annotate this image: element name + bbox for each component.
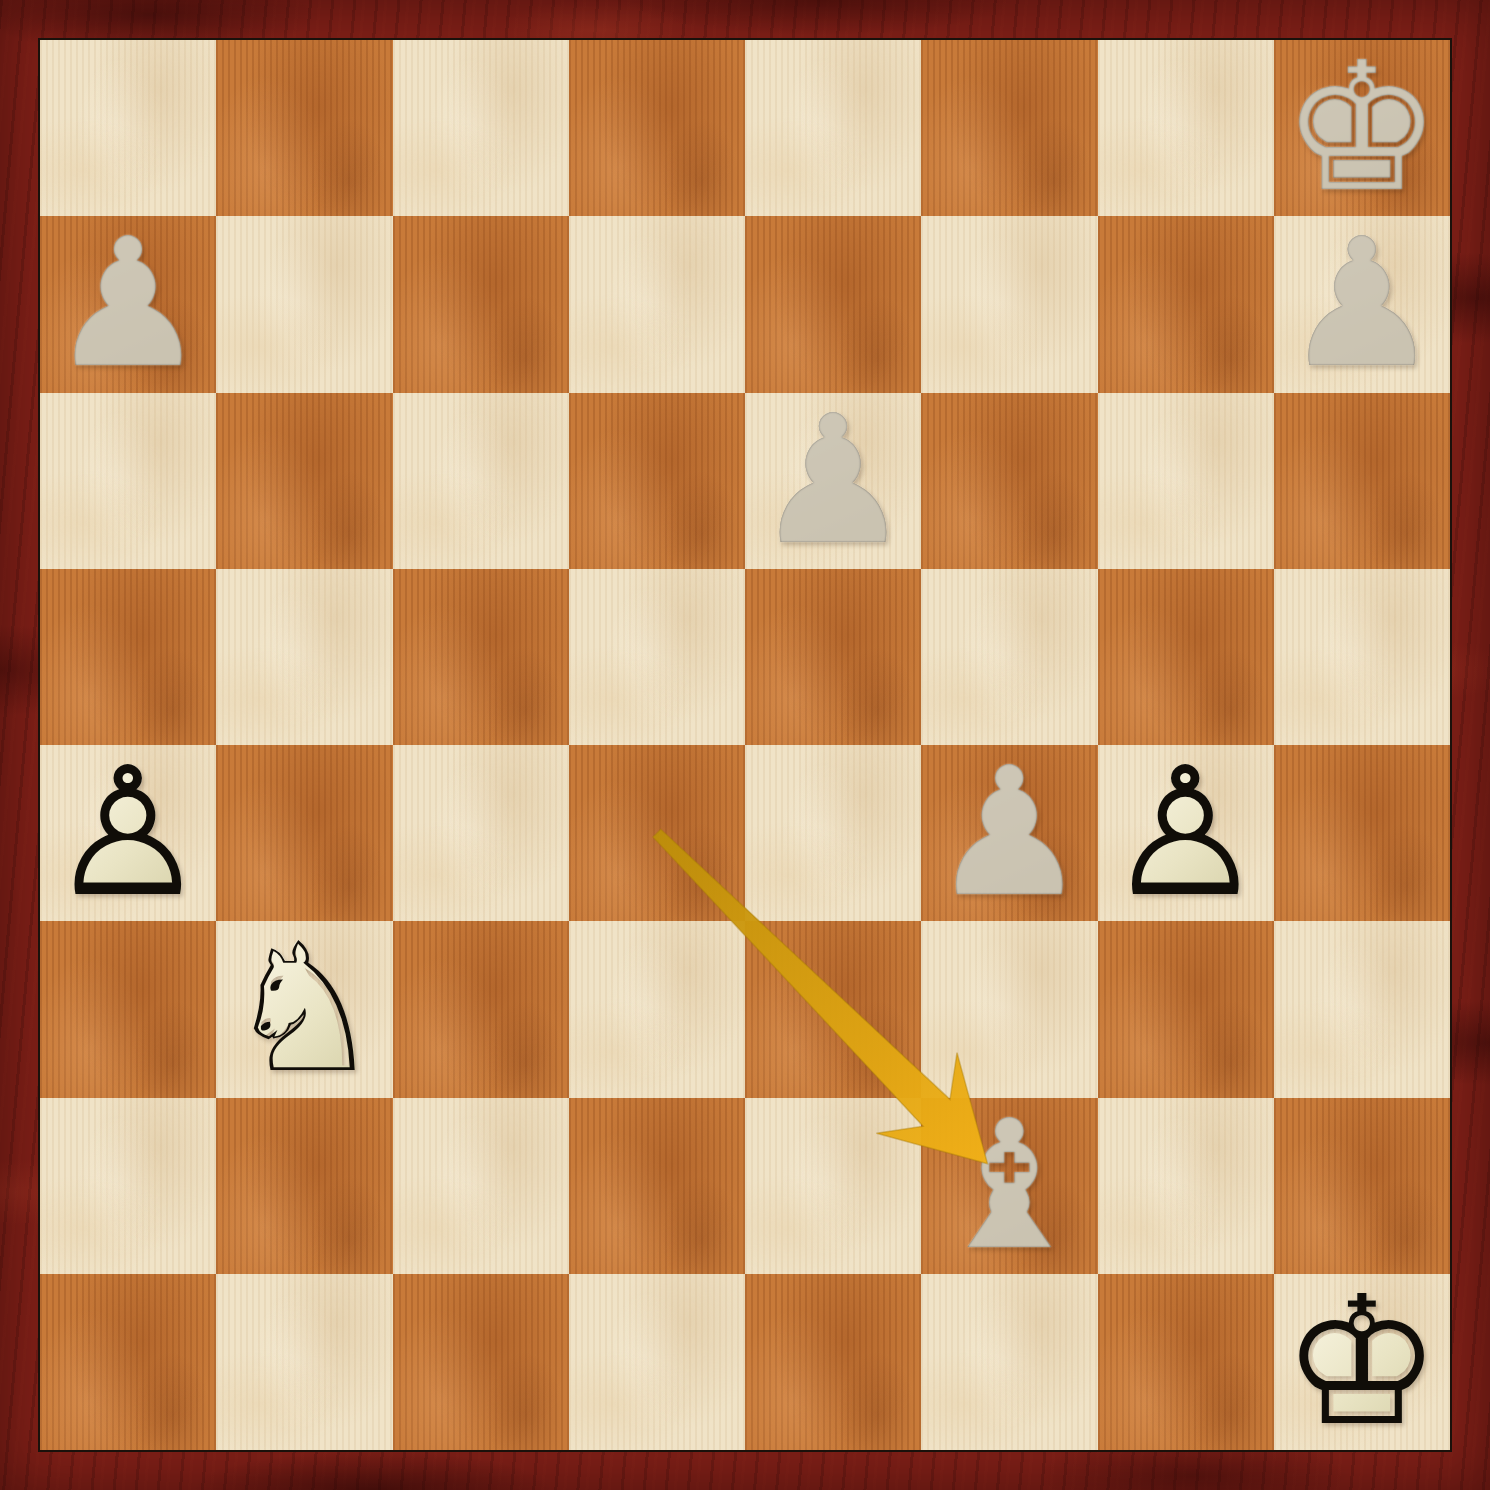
square-g5[interactable] bbox=[1098, 569, 1274, 745]
chess-board: ♚♟♟♟♟♙♟♟♙♞♘♝♚♔ bbox=[40, 40, 1450, 1450]
square-b6[interactable] bbox=[216, 393, 392, 569]
square-b1[interactable] bbox=[216, 1274, 392, 1450]
square-g8[interactable] bbox=[1098, 40, 1274, 216]
black-pawn-h7[interactable]: ♟ bbox=[1274, 216, 1450, 392]
square-h4[interactable] bbox=[1274, 745, 1450, 921]
square-b7[interactable] bbox=[216, 216, 392, 392]
square-h2[interactable] bbox=[1274, 1098, 1450, 1274]
white-pawn-g4[interactable]: ♟♙ bbox=[1098, 745, 1274, 921]
square-f6[interactable] bbox=[921, 393, 1097, 569]
black-pawn-icon: ♟ bbox=[40, 216, 216, 392]
square-d5[interactable] bbox=[569, 569, 745, 745]
board-frame: ♚♟♟♟♟♙♟♟♙♞♘♝♚♔ bbox=[0, 0, 1490, 1490]
square-f8[interactable] bbox=[921, 40, 1097, 216]
square-h3[interactable] bbox=[1274, 921, 1450, 1097]
square-c1[interactable] bbox=[393, 1274, 569, 1450]
square-f4[interactable]: ♟ bbox=[921, 745, 1097, 921]
white-knight-b3[interactable]: ♞♘ bbox=[216, 921, 392, 1097]
square-c5[interactable] bbox=[393, 569, 569, 745]
square-e6[interactable]: ♟ bbox=[745, 393, 921, 569]
square-a6[interactable] bbox=[40, 393, 216, 569]
black-bishop-icon: ♝ bbox=[921, 1098, 1097, 1274]
square-b4[interactable] bbox=[216, 745, 392, 921]
black-pawn-icon: ♟ bbox=[1274, 216, 1450, 392]
square-e7[interactable] bbox=[745, 216, 921, 392]
square-e8[interactable] bbox=[745, 40, 921, 216]
square-h1[interactable]: ♚♔ bbox=[1274, 1274, 1450, 1450]
white-pawn-a4[interactable]: ♟♙ bbox=[40, 745, 216, 921]
square-a5[interactable] bbox=[40, 569, 216, 745]
black-pawn-e6[interactable]: ♟ bbox=[745, 393, 921, 569]
square-e5[interactable] bbox=[745, 569, 921, 745]
square-a7[interactable]: ♟ bbox=[40, 216, 216, 392]
square-b2[interactable] bbox=[216, 1098, 392, 1274]
square-g7[interactable] bbox=[1098, 216, 1274, 392]
square-e3[interactable] bbox=[745, 921, 921, 1097]
square-b5[interactable] bbox=[216, 569, 392, 745]
square-f1[interactable] bbox=[921, 1274, 1097, 1450]
square-c4[interactable] bbox=[393, 745, 569, 921]
square-e4[interactable] bbox=[745, 745, 921, 921]
square-b8[interactable] bbox=[216, 40, 392, 216]
square-a3[interactable] bbox=[40, 921, 216, 1097]
white-knight-outline-icon: ♘ bbox=[216, 921, 392, 1097]
square-f3[interactable] bbox=[921, 921, 1097, 1097]
square-b3[interactable]: ♞♘ bbox=[216, 921, 392, 1097]
square-h6[interactable] bbox=[1274, 393, 1450, 569]
square-a2[interactable] bbox=[40, 1098, 216, 1274]
square-c6[interactable] bbox=[393, 393, 569, 569]
square-d6[interactable] bbox=[569, 393, 745, 569]
square-f2[interactable]: ♝ bbox=[921, 1098, 1097, 1274]
square-e2[interactable] bbox=[745, 1098, 921, 1274]
square-c7[interactable] bbox=[393, 216, 569, 392]
black-king-h8[interactable]: ♚ bbox=[1274, 40, 1450, 216]
white-pawn-outline-icon: ♙ bbox=[1098, 745, 1274, 921]
black-pawn-icon: ♟ bbox=[921, 745, 1097, 921]
square-h7[interactable]: ♟ bbox=[1274, 216, 1450, 392]
square-a1[interactable] bbox=[40, 1274, 216, 1450]
square-d8[interactable] bbox=[569, 40, 745, 216]
square-d2[interactable] bbox=[569, 1098, 745, 1274]
white-king-outline-icon: ♔ bbox=[1274, 1274, 1450, 1450]
square-e1[interactable] bbox=[745, 1274, 921, 1450]
square-a8[interactable] bbox=[40, 40, 216, 216]
square-d7[interactable] bbox=[569, 216, 745, 392]
square-g1[interactable] bbox=[1098, 1274, 1274, 1450]
square-g2[interactable] bbox=[1098, 1098, 1274, 1274]
white-pawn-outline-icon: ♙ bbox=[40, 745, 216, 921]
square-c3[interactable] bbox=[393, 921, 569, 1097]
square-h5[interactable] bbox=[1274, 569, 1450, 745]
black-pawn-a7[interactable]: ♟ bbox=[40, 216, 216, 392]
square-g3[interactable] bbox=[1098, 921, 1274, 1097]
square-f5[interactable] bbox=[921, 569, 1097, 745]
square-d3[interactable] bbox=[569, 921, 745, 1097]
black-pawn-icon: ♟ bbox=[745, 393, 921, 569]
white-king-h1[interactable]: ♚♔ bbox=[1274, 1274, 1450, 1450]
square-c8[interactable] bbox=[393, 40, 569, 216]
square-f7[interactable] bbox=[921, 216, 1097, 392]
square-h8[interactable]: ♚ bbox=[1274, 40, 1450, 216]
black-king-icon: ♚ bbox=[1274, 40, 1450, 216]
square-g6[interactable] bbox=[1098, 393, 1274, 569]
square-a4[interactable]: ♟♙ bbox=[40, 745, 216, 921]
square-c2[interactable] bbox=[393, 1098, 569, 1274]
square-g4[interactable]: ♟♙ bbox=[1098, 745, 1274, 921]
square-d4[interactable] bbox=[569, 745, 745, 921]
square-d1[interactable] bbox=[569, 1274, 745, 1450]
black-bishop-f2[interactable]: ♝ bbox=[921, 1098, 1097, 1274]
black-pawn-f4[interactable]: ♟ bbox=[921, 745, 1097, 921]
